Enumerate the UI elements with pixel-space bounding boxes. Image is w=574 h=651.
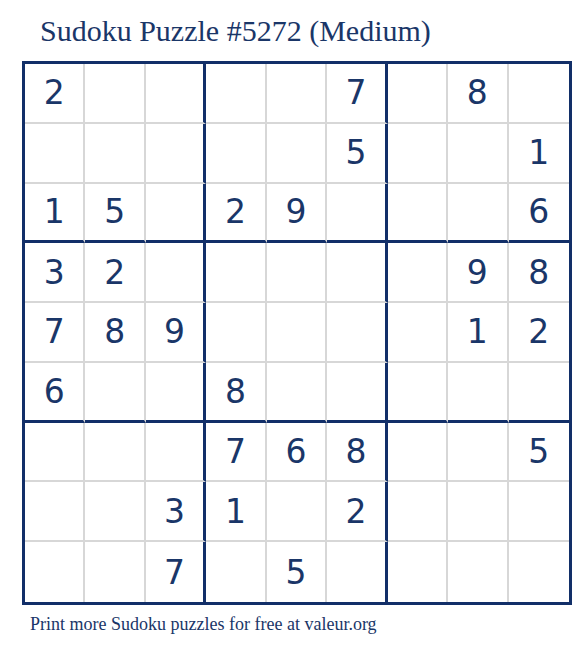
cell-r9c3[interactable]: 7 — [146, 542, 206, 602]
cell-r4c2[interactable]: 2 — [85, 243, 145, 303]
cell-r2c7[interactable] — [388, 124, 448, 184]
cell-r6c1[interactable]: 6 — [25, 363, 85, 423]
footer-text: Print more Sudoku puzzles for free at va… — [30, 614, 377, 635]
cell-r3c4[interactable]: 2 — [206, 184, 266, 244]
cell-r3c3[interactable] — [146, 184, 206, 244]
cell-r2c2[interactable] — [85, 124, 145, 184]
cell-r4c3[interactable] — [146, 243, 206, 303]
cell-r6c8[interactable] — [448, 363, 508, 423]
cell-r2c8[interactable] — [448, 124, 508, 184]
cell-r6c9[interactable] — [509, 363, 569, 423]
cell-r4c7[interactable] — [388, 243, 448, 303]
cell-r1c4[interactable] — [206, 64, 266, 124]
cell-r4c4[interactable] — [206, 243, 266, 303]
cell-r4c9[interactable]: 8 — [509, 243, 569, 303]
cell-r3c2[interactable]: 5 — [85, 184, 145, 244]
cell-r9c8[interactable] — [448, 542, 508, 602]
cell-r4c6[interactable] — [327, 243, 387, 303]
cell-r9c5[interactable]: 5 — [267, 542, 327, 602]
cell-r6c6[interactable] — [327, 363, 387, 423]
cell-r9c2[interactable] — [85, 542, 145, 602]
cell-r7c9[interactable]: 5 — [509, 423, 569, 483]
cell-r1c8[interactable]: 8 — [448, 64, 508, 124]
cell-r8c4[interactable]: 1 — [206, 482, 266, 542]
cell-r9c1[interactable] — [25, 542, 85, 602]
cell-r1c1[interactable]: 2 — [25, 64, 85, 124]
cell-r3c5[interactable]: 9 — [267, 184, 327, 244]
cell-r8c7[interactable] — [388, 482, 448, 542]
cell-r5c2[interactable]: 8 — [85, 303, 145, 363]
cell-r7c5[interactable]: 6 — [267, 423, 327, 483]
page-title: Sudoku Puzzle #5272 (Medium) — [40, 14, 431, 48]
cell-r6c2[interactable] — [85, 363, 145, 423]
cell-r7c2[interactable] — [85, 423, 145, 483]
cell-r8c9[interactable] — [509, 482, 569, 542]
cell-r5c3[interactable]: 9 — [146, 303, 206, 363]
cell-r6c4[interactable]: 8 — [206, 363, 266, 423]
cell-r5c1[interactable]: 7 — [25, 303, 85, 363]
cell-r1c3[interactable] — [146, 64, 206, 124]
sudoku-board: 278511529632987891268768531275 — [22, 61, 572, 605]
cell-r5c9[interactable]: 2 — [509, 303, 569, 363]
cell-r1c5[interactable] — [267, 64, 327, 124]
cell-r8c6[interactable]: 2 — [327, 482, 387, 542]
cell-r1c7[interactable] — [388, 64, 448, 124]
cell-r8c5[interactable] — [267, 482, 327, 542]
cell-r8c3[interactable]: 3 — [146, 482, 206, 542]
cell-r5c7[interactable] — [388, 303, 448, 363]
cell-r6c7[interactable] — [388, 363, 448, 423]
cell-r8c1[interactable] — [25, 482, 85, 542]
cell-r6c3[interactable] — [146, 363, 206, 423]
cell-r3c8[interactable] — [448, 184, 508, 244]
cell-r2c9[interactable]: 1 — [509, 124, 569, 184]
cell-r7c4[interactable]: 7 — [206, 423, 266, 483]
cell-r1c2[interactable] — [85, 64, 145, 124]
cell-r2c5[interactable] — [267, 124, 327, 184]
cell-r2c4[interactable] — [206, 124, 266, 184]
cell-r5c4[interactable] — [206, 303, 266, 363]
cell-r7c7[interactable] — [388, 423, 448, 483]
cell-r4c8[interactable]: 9 — [448, 243, 508, 303]
cell-r5c5[interactable] — [267, 303, 327, 363]
cell-r5c6[interactable] — [327, 303, 387, 363]
cell-r2c3[interactable] — [146, 124, 206, 184]
cell-r7c6[interactable]: 8 — [327, 423, 387, 483]
cell-r9c6[interactable] — [327, 542, 387, 602]
cell-r5c8[interactable]: 1 — [448, 303, 508, 363]
cell-r3c7[interactable] — [388, 184, 448, 244]
cell-r2c1[interactable] — [25, 124, 85, 184]
cell-r3c1[interactable]: 1 — [25, 184, 85, 244]
cell-r4c5[interactable] — [267, 243, 327, 303]
cell-r9c7[interactable] — [388, 542, 448, 602]
cell-r1c6[interactable]: 7 — [327, 64, 387, 124]
cell-r6c5[interactable] — [267, 363, 327, 423]
cell-r7c8[interactable] — [448, 423, 508, 483]
cell-r4c1[interactable]: 3 — [25, 243, 85, 303]
cell-r1c9[interactable] — [509, 64, 569, 124]
cell-r9c4[interactable] — [206, 542, 266, 602]
cell-r2c6[interactable]: 5 — [327, 124, 387, 184]
cell-r8c8[interactable] — [448, 482, 508, 542]
cell-r3c9[interactable]: 6 — [509, 184, 569, 244]
cell-r7c1[interactable] — [25, 423, 85, 483]
cell-r9c9[interactable] — [509, 542, 569, 602]
cell-r8c2[interactable] — [85, 482, 145, 542]
cell-r7c3[interactable] — [146, 423, 206, 483]
cell-r3c6[interactable] — [327, 184, 387, 244]
